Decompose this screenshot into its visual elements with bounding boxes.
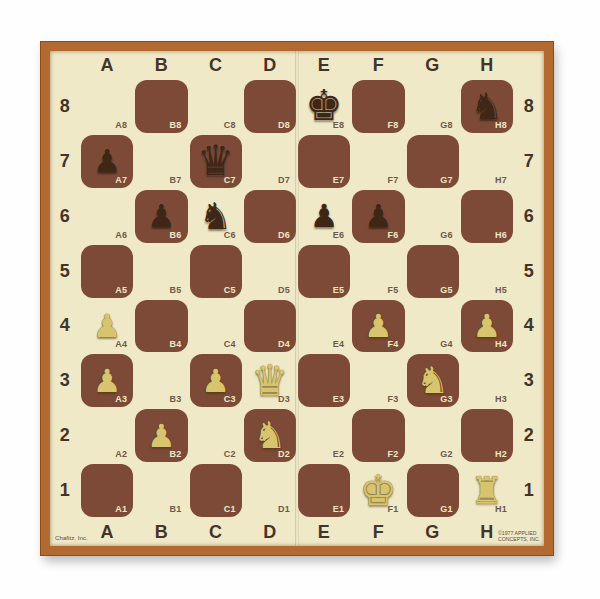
file-label-top-d: D — [243, 51, 297, 79]
square-label-g1: G1 — [440, 504, 453, 514]
rank-label-right-7: 7 — [514, 134, 544, 189]
square-label-a6: A6 — [115, 230, 127, 240]
square-label-a8: A8 — [115, 120, 127, 130]
square-label-h6: H6 — [495, 230, 507, 240]
square-label-f2: F2 — [387, 449, 398, 459]
square-label-b4: B4 — [169, 339, 181, 349]
square-f6[interactable]: F6♟ — [351, 189, 405, 244]
rank-label-right-4: 4 — [514, 299, 544, 354]
piece-white-knight-g3[interactable]: ♞ — [406, 353, 460, 408]
square-b4[interactable]: B4 — [134, 299, 188, 354]
square-d5[interactable]: D5 — [243, 244, 297, 299]
piece-black-queen-c7[interactable]: ♛ — [189, 134, 243, 189]
square-d1[interactable]: D1 — [243, 463, 297, 518]
maker-credit-text: Chafitz, Inc. — [55, 534, 88, 541]
rank-label-right-8: 8 — [514, 79, 544, 134]
square-g6[interactable]: G6 — [406, 189, 460, 244]
board-corner — [514, 51, 544, 79]
square-label-b7: B7 — [169, 175, 181, 185]
square-label-h7: H7 — [495, 175, 507, 185]
square-g3[interactable]: G3♞ — [406, 353, 460, 408]
square-label-h3: H3 — [495, 394, 507, 404]
piece-white-pawn-a4[interactable]: ♟ — [80, 299, 134, 354]
square-c4[interactable]: C4 — [189, 299, 243, 354]
square-label-g2: G2 — [440, 449, 453, 459]
square-label-b3: B3 — [169, 394, 181, 404]
rank-label-left-3: 3 — [50, 353, 80, 408]
square-c5[interactable]: C5 — [189, 244, 243, 299]
square-label-d1: D1 — [278, 504, 290, 514]
square-label-b8: B8 — [169, 120, 181, 130]
rank-label-left-8: 8 — [50, 79, 80, 134]
square-label-b5: B5 — [169, 285, 181, 295]
piece-white-rook-h1[interactable]: ♜ — [460, 463, 514, 518]
square-g5[interactable]: G5 — [406, 244, 460, 299]
square-e3[interactable]: E3 — [297, 353, 351, 408]
file-label-bottom-f: F — [351, 518, 405, 546]
square-a8[interactable]: A8 — [80, 79, 134, 134]
piece-black-pawn-b6[interactable]: ♟ — [134, 189, 188, 244]
square-label-b1: B1 — [169, 504, 181, 514]
square-d2[interactable]: D2♞ — [243, 408, 297, 463]
square-d8[interactable]: D8 — [243, 79, 297, 134]
rank-label-right-5: 5 — [514, 244, 544, 299]
square-h5[interactable]: H5 — [460, 244, 514, 299]
square-label-f8: F8 — [387, 120, 398, 130]
file-label-top-f: F — [351, 51, 405, 79]
piece-white-pawn-a3[interactable]: ♟ — [80, 353, 134, 408]
piece-black-pawn-a7[interactable]: ♟ — [80, 134, 134, 189]
square-h3[interactable]: H3 — [460, 353, 514, 408]
piece-black-knight-c6[interactable]: ♞ — [189, 189, 243, 244]
file-label-bottom-c: C — [189, 518, 243, 546]
file-label-bottom-a: A — [80, 518, 134, 546]
square-b3[interactable]: B3 — [134, 353, 188, 408]
square-a5[interactable]: A5 — [80, 244, 134, 299]
square-h4[interactable]: H4♟ — [460, 299, 514, 354]
square-a3[interactable]: A3♟ — [80, 353, 134, 408]
rank-label-left-7: 7 — [50, 134, 80, 189]
square-a1[interactable]: A1 — [80, 463, 134, 518]
square-label-e5: E5 — [333, 285, 345, 295]
square-a2[interactable]: A2 — [80, 408, 134, 463]
square-g4[interactable]: G4 — [406, 299, 460, 354]
square-label-c4: C4 — [224, 339, 236, 349]
square-label-h5: H5 — [495, 285, 507, 295]
square-label-d4: D4 — [278, 339, 290, 349]
square-d7[interactable]: D7 — [243, 134, 297, 189]
file-label-top-a: A — [80, 51, 134, 79]
piece-white-pawn-h4[interactable]: ♟ — [460, 299, 514, 354]
square-c8[interactable]: C8 — [189, 79, 243, 134]
file-label-bottom-g: G — [406, 518, 460, 546]
square-label-g8: G8 — [440, 120, 453, 130]
square-label-c5: C5 — [224, 285, 236, 295]
piece-black-knight-h8[interactable]: ♞ — [460, 79, 514, 134]
square-f8[interactable]: F8 — [351, 79, 405, 134]
square-label-c8: C8 — [224, 120, 236, 130]
square-g7[interactable]: G7 — [406, 134, 460, 189]
square-h6[interactable]: H6 — [460, 189, 514, 244]
square-label-d5: D5 — [278, 285, 290, 295]
square-e4[interactable]: E4 — [297, 299, 351, 354]
rank-label-right-1: 1 — [514, 463, 544, 518]
square-label-e2: E2 — [333, 449, 345, 459]
square-e7[interactable]: E7 — [297, 134, 351, 189]
piece-white-pawn-f4[interactable]: ♟ — [351, 299, 405, 354]
square-a4[interactable]: A4♟ — [80, 299, 134, 354]
square-a7[interactable]: A7♟ — [80, 134, 134, 189]
square-label-e3: E3 — [333, 394, 345, 404]
rank-label-left-1: 1 — [50, 463, 80, 518]
square-f5[interactable]: F5 — [351, 244, 405, 299]
square-f7[interactable]: F7 — [351, 134, 405, 189]
copyright-text: ©1977 APPLIED CONCEPTS, INC. — [498, 530, 540, 543]
square-label-g4: G4 — [440, 339, 453, 349]
square-f2[interactable]: F2 — [351, 408, 405, 463]
square-label-d8: D8 — [278, 120, 290, 130]
file-label-bottom-d: D — [243, 518, 297, 546]
square-d6[interactable]: D6 — [243, 189, 297, 244]
square-label-e4: E4 — [333, 339, 345, 349]
square-b2[interactable]: B2♟ — [134, 408, 188, 463]
piece-white-queen-d3[interactable]: ♛ — [243, 353, 297, 408]
square-label-e1: E1 — [333, 504, 345, 514]
square-h1[interactable]: H1♜ — [460, 463, 514, 518]
square-label-g5: G5 — [440, 285, 453, 295]
square-label-a1: A1 — [115, 504, 127, 514]
square-d3[interactable]: D3♛ — [243, 353, 297, 408]
chess-board: ABCDEFGH8A8B8C8D8E8♚F8G8H8♞87A7♟B7C7♛D7E… — [41, 42, 553, 555]
square-c3[interactable]: C3♟ — [189, 353, 243, 408]
square-g8[interactable]: G8 — [406, 79, 460, 134]
square-label-c2: C2 — [224, 449, 236, 459]
square-g2[interactable]: G2 — [406, 408, 460, 463]
piece-black-king-e8[interactable]: ♚ — [297, 79, 351, 134]
rank-label-right-6: 6 — [514, 189, 544, 244]
rank-label-right-2: 2 — [514, 408, 544, 463]
square-f1[interactable]: F1♚ — [351, 463, 405, 518]
square-label-a2: A2 — [115, 449, 127, 459]
square-f4[interactable]: F4♟ — [351, 299, 405, 354]
square-e2[interactable]: E2 — [297, 408, 351, 463]
square-d4[interactable]: D4 — [243, 299, 297, 354]
square-c2[interactable]: C2 — [189, 408, 243, 463]
square-b7[interactable]: B7 — [134, 134, 188, 189]
file-label-top-h: H — [460, 51, 514, 79]
square-b5[interactable]: B5 — [134, 244, 188, 299]
square-label-f3: F3 — [387, 394, 398, 404]
piece-black-pawn-f6[interactable]: ♟ — [351, 189, 405, 244]
file-label-top-c: C — [189, 51, 243, 79]
square-c1[interactable]: C1 — [189, 463, 243, 518]
square-label-a5: A5 — [115, 285, 127, 295]
file-label-bottom-b: B — [134, 518, 188, 546]
square-e8[interactable]: E8♚ — [297, 79, 351, 134]
piece-white-knight-d2[interactable]: ♞ — [243, 408, 297, 463]
file-label-top-b: B — [134, 51, 188, 79]
square-b6[interactable]: B6♟ — [134, 189, 188, 244]
square-label-f7: F7 — [387, 175, 398, 185]
square-e5[interactable]: E5 — [297, 244, 351, 299]
square-label-d6: D6 — [278, 230, 290, 240]
rank-label-right-3: 3 — [514, 353, 544, 408]
square-label-g6: G6 — [440, 230, 453, 240]
square-label-f5: F5 — [387, 285, 398, 295]
square-a6[interactable]: A6 — [80, 189, 134, 244]
square-label-d7: D7 — [278, 175, 290, 185]
piece-white-pawn-b2[interactable]: ♟ — [134, 408, 188, 463]
square-f3[interactable]: F3 — [351, 353, 405, 408]
square-label-e7: E7 — [333, 175, 345, 185]
square-b8[interactable]: B8 — [134, 79, 188, 134]
square-e1[interactable]: E1 — [297, 463, 351, 518]
square-b1[interactable]: B1 — [134, 463, 188, 518]
square-e6[interactable]: E6♟ — [297, 189, 351, 244]
board-corner — [50, 518, 80, 546]
photo-background: ABCDEFGH8A8B8C8D8E8♚F8G8H8♞87A7♟B7C7♛D7E… — [0, 0, 600, 599]
rank-label-left-2: 2 — [50, 408, 80, 463]
square-label-h2: H2 — [495, 449, 507, 459]
file-label-top-g: G — [406, 51, 460, 79]
square-label-c1: C1 — [224, 504, 236, 514]
square-g1[interactable]: G1 — [406, 463, 460, 518]
board-corner — [50, 51, 80, 79]
square-label-g7: G7 — [440, 175, 453, 185]
piece-black-pawn-e6[interactable]: ♟ — [297, 189, 351, 244]
square-h7[interactable]: H7 — [460, 134, 514, 189]
square-c7[interactable]: C7♛ — [189, 134, 243, 189]
file-label-top-e: E — [297, 51, 351, 79]
square-c6[interactable]: C6♞ — [189, 189, 243, 244]
rank-label-left-5: 5 — [50, 244, 80, 299]
square-h2[interactable]: H2 — [460, 408, 514, 463]
square-h8[interactable]: H8♞ — [460, 79, 514, 134]
piece-white-king-f1[interactable]: ♚ — [351, 463, 405, 518]
piece-white-pawn-c3[interactable]: ♟ — [189, 353, 243, 408]
rank-label-left-4: 4 — [50, 299, 80, 354]
rank-label-left-6: 6 — [50, 189, 80, 244]
file-label-bottom-e: E — [297, 518, 351, 546]
